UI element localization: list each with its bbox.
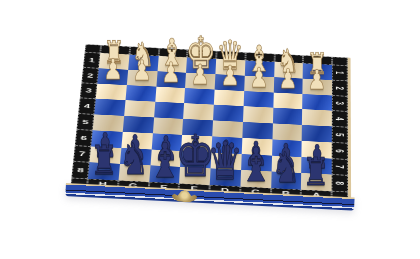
square-d3[interactable]: [214, 89, 244, 106]
square-c5[interactable]: [242, 122, 272, 139]
square-f8[interactable]: [149, 165, 181, 183]
square-e3[interactable]: [184, 88, 214, 105]
square-a8[interactable]: [301, 173, 332, 191]
square-e4[interactable]: [183, 103, 214, 120]
square-b6[interactable]: [272, 139, 302, 157]
square-d2[interactable]: [215, 74, 245, 91]
left-rank-label-6: 6: [75, 129, 93, 146]
square-b2[interactable]: [273, 77, 303, 94]
square-b8[interactable]: [271, 172, 302, 190]
chess-set-photo: HGFEDCBA1122334455667788HGFEDCBA ♜♞♝♚♛♝♞…: [0, 0, 420, 259]
right-rank-label-5: 5: [332, 126, 348, 143]
square-f1[interactable]: [157, 56, 187, 73]
square-f5[interactable]: [152, 117, 183, 134]
square-c2[interactable]: [244, 76, 274, 93]
square-h1[interactable]: [99, 53, 129, 70]
left-rank-label-3: 3: [80, 83, 97, 99]
square-g3[interactable]: [125, 85, 156, 102]
right-rank-label-1: 1: [332, 65, 348, 81]
square-e2[interactable]: [185, 73, 215, 90]
square-a4[interactable]: [302, 109, 332, 126]
square-a1[interactable]: [303, 63, 332, 80]
square-g8[interactable]: [118, 164, 150, 182]
square-f2[interactable]: [156, 71, 186, 88]
square-c3[interactable]: [243, 91, 273, 108]
square-h4[interactable]: [94, 99, 125, 116]
square-a2[interactable]: [303, 78, 332, 95]
square-d8[interactable]: [210, 169, 241, 187]
square-f3[interactable]: [155, 86, 185, 103]
square-c4[interactable]: [243, 106, 273, 123]
square-g1[interactable]: [128, 55, 158, 72]
square-d5[interactable]: [212, 120, 243, 137]
square-g4[interactable]: [124, 100, 155, 117]
square-a7[interactable]: [301, 157, 331, 175]
square-h7[interactable]: [89, 146, 121, 164]
square-c7[interactable]: [241, 154, 272, 172]
left-rank-label-8: 8: [71, 162, 89, 179]
square-a6[interactable]: [302, 141, 332, 159]
square-b5[interactable]: [272, 123, 302, 140]
square-g2[interactable]: [127, 70, 157, 87]
square-e5[interactable]: [182, 119, 213, 136]
square-h8[interactable]: [88, 162, 120, 180]
brass-clasp-icon: [171, 189, 198, 202]
square-e1[interactable]: [186, 58, 216, 75]
right-rank-label-8: 8: [332, 175, 348, 192]
square-b1[interactable]: [274, 62, 303, 79]
square-f6[interactable]: [151, 133, 182, 151]
square-d6[interactable]: [211, 136, 242, 154]
square-e8[interactable]: [179, 167, 210, 185]
square-f4[interactable]: [154, 102, 185, 119]
left-rank-label-1: 1: [83, 52, 100, 68]
square-a3[interactable]: [302, 94, 332, 111]
square-g5[interactable]: [123, 116, 154, 133]
square-h2[interactable]: [97, 68, 128, 85]
square-e7[interactable]: [180, 151, 211, 169]
square-b3[interactable]: [273, 92, 303, 109]
square-b7[interactable]: [271, 155, 302, 173]
square-d7[interactable]: [211, 152, 242, 170]
square-h5[interactable]: [93, 114, 124, 131]
chess-board: HGFEDCBA1122334455667788HGFEDCBA: [70, 44, 351, 202]
square-e6[interactable]: [181, 135, 212, 153]
square-h3[interactable]: [96, 83, 127, 100]
square-g6[interactable]: [121, 132, 152, 150]
right-rank-label-2: 2: [332, 80, 348, 96]
left-rank-label-2: 2: [82, 67, 99, 83]
square-g7[interactable]: [120, 148, 151, 166]
left-rank-label-4: 4: [78, 98, 96, 114]
square-f7[interactable]: [150, 149, 181, 167]
square-c8[interactable]: [240, 170, 271, 188]
square-a5[interactable]: [302, 125, 332, 142]
left-rank-label-5: 5: [77, 114, 95, 131]
right-rank-label-3: 3: [332, 95, 348, 111]
square-b4[interactable]: [272, 108, 302, 125]
square-h6[interactable]: [91, 130, 122, 148]
square-c6[interactable]: [241, 138, 272, 156]
right-rank-label-4: 4: [332, 111, 348, 127]
right-rank-label-7: 7: [332, 158, 348, 175]
right-rank-label-6: 6: [332, 142, 348, 159]
left-rank-label-7: 7: [73, 145, 91, 162]
square-d1[interactable]: [215, 59, 245, 76]
square-c1[interactable]: [245, 60, 275, 77]
square-d4[interactable]: [213, 105, 243, 122]
